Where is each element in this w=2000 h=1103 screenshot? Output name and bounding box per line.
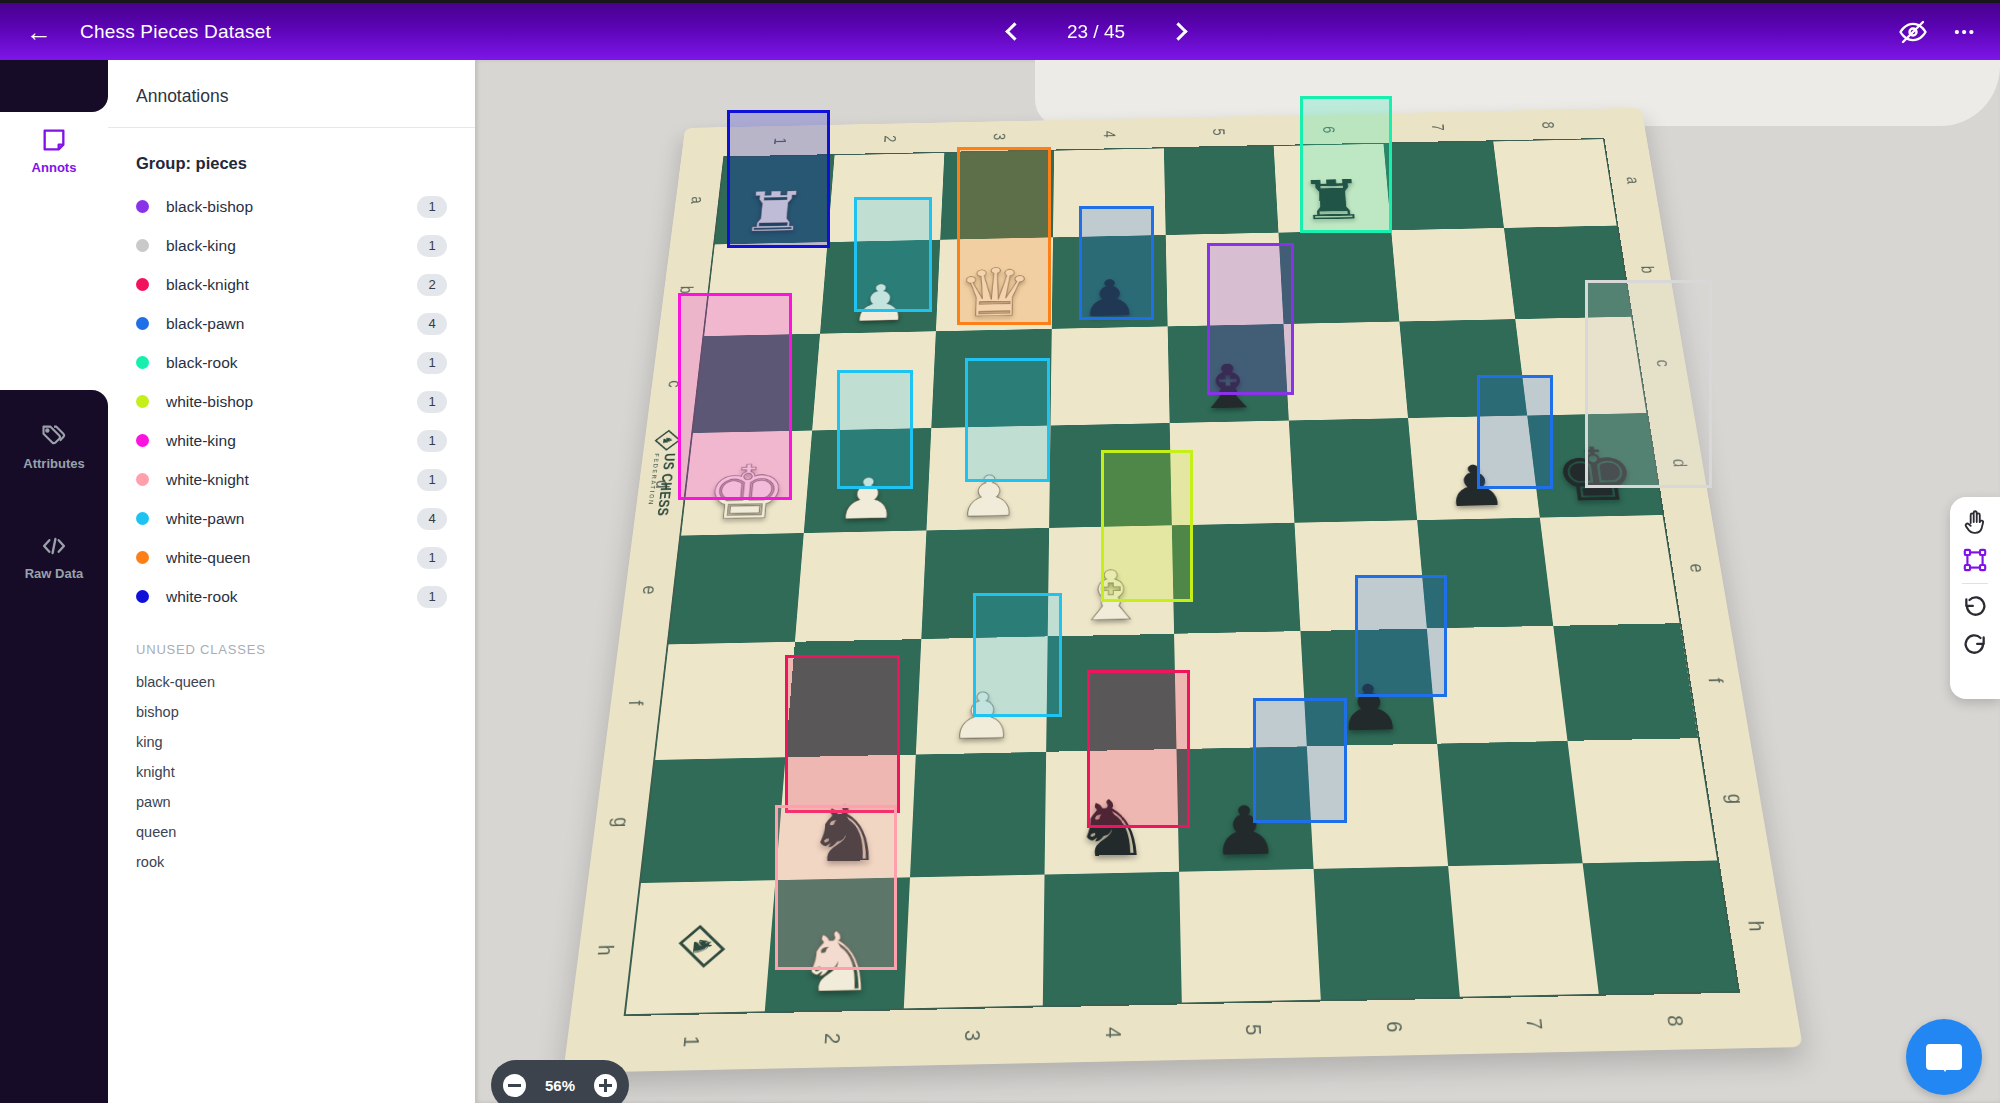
prev-image-button[interactable] — [999, 17, 1029, 47]
chat-button[interactable] — [1906, 1019, 1982, 1095]
hide-annotations-button[interactable] — [1898, 17, 1928, 47]
group-label: Group: pieces — [136, 154, 447, 173]
class-name: white-bishop — [166, 393, 417, 411]
image-counter: 23 / 45 — [1067, 21, 1125, 43]
zoom-out-icon[interactable] — [503, 1074, 526, 1097]
annotation-bbox-white-knight-h2[interactable] — [775, 805, 897, 970]
zoom-control: 56% — [491, 1060, 629, 1103]
hand-icon — [1962, 509, 1988, 535]
annotation-bbox-white-bishop-e4[interactable] — [1101, 450, 1193, 602]
bounding-box-icon — [1962, 547, 1988, 573]
note-icon — [40, 126, 68, 154]
dataset-title: Chess Pieces Dataset — [80, 21, 271, 43]
right-toolbar — [1950, 497, 2000, 699]
pan-tool-button[interactable] — [1960, 507, 1990, 537]
class-row[interactable]: white-knight 1 — [136, 460, 447, 499]
rail-spacer-bottom — [0, 390, 108, 1103]
tab-attributes-label: Attributes — [23, 456, 84, 471]
class-name: black-pawn — [166, 315, 417, 333]
class-row[interactable]: white-rook 1 — [136, 577, 447, 616]
class-row[interactable]: black-pawn 4 — [136, 304, 447, 343]
annotation-bbox-white-pawn-d3[interactable] — [965, 358, 1050, 482]
class-row[interactable]: black-king 1 — [136, 226, 447, 265]
class-name: white-knight — [166, 471, 417, 489]
unused-class-row[interactable]: knight — [136, 757, 447, 787]
unused-class-list: black-queen bishop king knight pawn quee… — [136, 667, 447, 877]
annotation-bbox-white-king-d1[interactable] — [678, 293, 792, 500]
left-rail: Annots Attributes Raw Data — [0, 60, 108, 1103]
annotation-bbox-black-bishop-c5[interactable] — [1207, 243, 1294, 395]
class-name: black-knight — [166, 276, 417, 294]
tab-raw-data[interactable]: Raw Data — [0, 518, 108, 595]
class-row[interactable]: white-bishop 1 — [136, 382, 447, 421]
class-count-badge: 1 — [417, 430, 447, 452]
class-count-badge: 1 — [417, 469, 447, 491]
class-name: white-rook — [166, 588, 417, 606]
next-image-button[interactable] — [1163, 17, 1193, 47]
class-color-dot — [136, 395, 149, 408]
zoom-level: 56% — [545, 1077, 575, 1094]
toolbar-divider — [1962, 583, 1988, 584]
tab-attributes[interactable]: Attributes — [0, 408, 108, 485]
annotation-bbox-white-pawn-f3[interactable] — [973, 593, 1062, 717]
unused-class-row[interactable]: rook — [136, 847, 447, 877]
class-color-dot — [136, 200, 149, 213]
chat-bubble-icon — [1926, 1044, 1962, 1070]
class-row[interactable]: black-rook 1 — [136, 343, 447, 382]
annotation-bbox-black-pawn-f6[interactable] — [1355, 575, 1447, 697]
unused-class-row[interactable]: pawn — [136, 787, 447, 817]
class-count-badge: 1 — [417, 391, 447, 413]
class-name: black-bishop — [166, 198, 417, 216]
divider — [108, 127, 475, 128]
tab-raw-data-label: Raw Data — [25, 566, 84, 581]
tags-icon — [40, 422, 68, 450]
class-row[interactable]: white-king 1 — [136, 421, 447, 460]
annotations-panel: Annotations Group: pieces black-bishop 1… — [108, 60, 475, 1103]
class-count-badge: 1 — [417, 547, 447, 569]
chevron-left-icon — [1005, 22, 1023, 40]
class-row[interactable]: white-queen 1 — [136, 538, 447, 577]
tab-annots[interactable]: Annots — [0, 112, 108, 189]
undo-icon — [1962, 594, 1988, 620]
undo-button[interactable] — [1960, 592, 1990, 622]
header-actions: ••• — [1898, 3, 1976, 60]
chevron-right-icon — [1169, 22, 1187, 40]
back-arrow-icon[interactable]: ← — [26, 19, 52, 45]
annotation-bbox-black-pawn-g5[interactable] — [1253, 698, 1347, 823]
class-row[interactable]: black-knight 2 — [136, 265, 447, 304]
annotation-bbox-black-pawn-d7[interactable] — [1477, 375, 1553, 489]
class-count-badge: 4 — [417, 508, 447, 530]
class-count-badge: 2 — [417, 274, 447, 296]
annotation-bbox-white-queen-b3[interactable] — [957, 147, 1051, 325]
class-color-dot — [136, 590, 149, 603]
unused-class-row[interactable]: queen — [136, 817, 447, 847]
unused-class-row[interactable]: bishop — [136, 697, 447, 727]
class-color-dot — [136, 239, 149, 252]
image-canvas[interactable]: 12345678 12345678 abcdefgh abcdefgh ♜♜♟♛… — [475, 60, 2000, 1103]
annotation-bbox-black-knight-g4[interactable] — [1087, 670, 1190, 828]
annotation-bbox-black-king-d8[interactable] — [1585, 280, 1712, 488]
class-name: white-queen — [166, 549, 417, 567]
class-color-dot — [136, 278, 149, 291]
eye-off-icon — [1898, 17, 1928, 47]
annotation-bbox-black-rook-a6[interactable] — [1300, 96, 1392, 233]
rail-spacer-top — [0, 60, 108, 112]
annotation-bbox-white-rook-a1[interactable] — [727, 110, 830, 248]
bounding-box-tool-button[interactable] — [1960, 545, 1990, 575]
annotation-app: ← Chess Pieces Dataset 23 / 45 ••• A — [0, 0, 2000, 1103]
zoom-in-icon[interactable] — [594, 1074, 617, 1097]
class-color-dot — [136, 551, 149, 564]
annotation-overlay — [475, 60, 2000, 1103]
class-color-dot — [136, 473, 149, 486]
redo-icon — [1962, 632, 1988, 658]
class-color-dot — [136, 434, 149, 447]
class-row[interactable]: black-bishop 1 — [136, 187, 447, 226]
class-color-dot — [136, 512, 149, 525]
class-count-badge: 1 — [417, 586, 447, 608]
tab-annots-label: Annots — [32, 160, 77, 175]
redo-button[interactable] — [1960, 630, 1990, 660]
class-row[interactable]: white-pawn 4 — [136, 499, 447, 538]
more-options-button[interactable]: ••• — [1954, 23, 1976, 40]
annotation-bbox-black-pawn-b4[interactable] — [1079, 206, 1154, 320]
class-name: white-king — [166, 432, 417, 450]
panel-title: Annotations — [136, 60, 447, 107]
image-navigation: 23 / 45 — [999, 3, 1193, 60]
annotation-bbox-white-pawn-d2[interactable] — [837, 370, 913, 489]
class-list: black-bishop 1 black-king 1 black-knight… — [136, 187, 447, 616]
class-name: white-pawn — [166, 510, 417, 528]
class-name: black-rook — [166, 354, 417, 372]
class-count-badge: 1 — [417, 235, 447, 257]
annotation-bbox-black-knight-g2[interactable] — [785, 655, 900, 813]
class-color-dot — [136, 356, 149, 369]
unused-classes-title: UNUSED CLASSES — [136, 642, 447, 657]
app-header: ← Chess Pieces Dataset 23 / 45 ••• — [0, 0, 2000, 60]
annotation-bbox-white-pawn-b2[interactable] — [854, 197, 932, 312]
class-color-dot — [136, 317, 149, 330]
class-count-badge: 1 — [417, 196, 447, 218]
class-count-badge: 4 — [417, 313, 447, 335]
code-icon — [40, 532, 68, 560]
class-count-badge: 1 — [417, 352, 447, 374]
unused-class-row[interactable]: black-queen — [136, 667, 447, 697]
unused-class-row[interactable]: king — [136, 727, 447, 757]
class-name: black-king — [166, 237, 417, 255]
